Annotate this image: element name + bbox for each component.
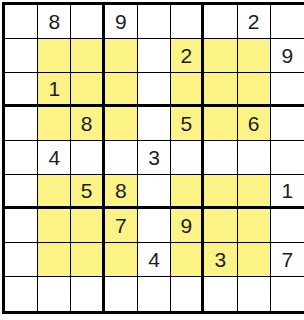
page: 8922918564358179437 — [0, 0, 304, 320]
cell-r8c3[interactable] — [71, 243, 104, 277]
cell-r8c6[interactable] — [171, 243, 204, 277]
cell-value: 9 — [115, 11, 127, 32]
cell-r5c9[interactable] — [271, 141, 304, 175]
cell-r3c2[interactable]: 1 — [38, 73, 71, 107]
cell-value: 3 — [148, 147, 160, 168]
cell-r3c1[interactable] — [5, 73, 38, 107]
cell-r3c8[interactable] — [238, 73, 271, 107]
cell-r2c8[interactable] — [238, 39, 271, 73]
cell-value: 2 — [248, 11, 260, 32]
cell-value: 4 — [148, 249, 160, 270]
cell-value: 2 — [180, 45, 192, 66]
cell-value: 1 — [282, 180, 294, 201]
cell-r5c4[interactable] — [105, 141, 138, 175]
cell-r1c2[interactable]: 8 — [38, 5, 71, 39]
cell-r6c5[interactable] — [138, 175, 171, 209]
cell-r5c6[interactable] — [171, 141, 204, 175]
cell-r1c5[interactable] — [138, 5, 171, 39]
cell-value: 9 — [180, 215, 192, 236]
cell-value: 3 — [215, 249, 227, 270]
cell-value: 4 — [48, 147, 60, 168]
cell-r9c5[interactable] — [138, 277, 171, 311]
cell-r6c3[interactable]: 5 — [71, 175, 104, 209]
cell-r7c8[interactable] — [238, 209, 271, 243]
cell-r8c2[interactable] — [38, 243, 71, 277]
cell-r3c6[interactable] — [171, 73, 204, 107]
cell-r8c5[interactable]: 4 — [138, 243, 171, 277]
cell-value: 8 — [81, 113, 93, 134]
cell-r6c4[interactable]: 8 — [105, 175, 138, 209]
cell-r9c1[interactable] — [5, 277, 38, 311]
cell-r7c9[interactable] — [271, 209, 304, 243]
cell-r4c5[interactable] — [138, 107, 171, 141]
cell-r1c3[interactable] — [71, 5, 104, 39]
cell-r7c2[interactable] — [38, 209, 71, 243]
cell-value: 1 — [48, 78, 60, 99]
cell-r6c1[interactable] — [5, 175, 38, 209]
cell-r1c1[interactable] — [5, 5, 38, 39]
cell-r2c3[interactable] — [71, 39, 104, 73]
cell-r7c4[interactable]: 7 — [105, 209, 138, 243]
cell-r5c8[interactable] — [238, 141, 271, 175]
sudoku-board: 8922918564358179437 — [2, 2, 304, 314]
cell-r4c6[interactable]: 5 — [171, 107, 204, 141]
cell-r5c2[interactable]: 4 — [38, 141, 71, 175]
cell-r6c7[interactable] — [204, 175, 237, 209]
cell-r2c7[interactable] — [204, 39, 237, 73]
cell-r9c4[interactable] — [105, 277, 138, 311]
cell-r4c1[interactable] — [5, 107, 38, 141]
cell-r9c2[interactable] — [38, 277, 71, 311]
cell-value: 5 — [81, 180, 93, 201]
cell-r9c3[interactable] — [71, 277, 104, 311]
cell-r8c1[interactable] — [5, 243, 38, 277]
cell-value: 5 — [180, 113, 192, 134]
cell-r2c9[interactable]: 9 — [271, 39, 304, 73]
cell-r9c9[interactable] — [271, 277, 304, 311]
cell-r5c7[interactable] — [204, 141, 237, 175]
cell-r9c8[interactable] — [238, 277, 271, 311]
cell-r6c6[interactable] — [171, 175, 204, 209]
cell-r8c9[interactable]: 7 — [271, 243, 304, 277]
cell-r7c6[interactable]: 9 — [171, 209, 204, 243]
cell-r6c9[interactable]: 1 — [271, 175, 304, 209]
cell-r3c5[interactable] — [138, 73, 171, 107]
cell-r3c4[interactable] — [105, 73, 138, 107]
cell-r3c7[interactable] — [204, 73, 237, 107]
cell-value: 7 — [115, 215, 127, 236]
cell-r9c6[interactable] — [171, 277, 204, 311]
cell-r1c9[interactable] — [271, 5, 304, 39]
cell-r7c5[interactable] — [138, 209, 171, 243]
cell-r1c6[interactable] — [171, 5, 204, 39]
cell-r4c3[interactable]: 8 — [71, 107, 104, 141]
cell-r1c4[interactable]: 9 — [105, 5, 138, 39]
cell-r2c2[interactable] — [38, 39, 71, 73]
cell-r3c3[interactable] — [71, 73, 104, 107]
cell-r2c1[interactable] — [5, 39, 38, 73]
cell-r4c7[interactable] — [204, 107, 237, 141]
cell-r6c2[interactable] — [38, 175, 71, 209]
cell-r4c8[interactable]: 6 — [238, 107, 271, 141]
cell-r7c7[interactable] — [204, 209, 237, 243]
cell-r1c8[interactable]: 2 — [238, 5, 271, 39]
cell-value: 7 — [282, 249, 294, 270]
cell-r5c5[interactable]: 3 — [138, 141, 171, 175]
cell-r4c2[interactable] — [38, 107, 71, 141]
cell-r7c3[interactable] — [71, 209, 104, 243]
cell-r6c8[interactable] — [238, 175, 271, 209]
cell-r8c7[interactable]: 3 — [204, 243, 237, 277]
cell-r4c4[interactable] — [105, 107, 138, 141]
cell-value: 6 — [248, 113, 260, 134]
cell-value: 9 — [282, 45, 294, 66]
cell-r2c4[interactable] — [105, 39, 138, 73]
cell-r2c5[interactable] — [138, 39, 171, 73]
cell-r8c8[interactable] — [238, 243, 271, 277]
cell-r2c6[interactable]: 2 — [171, 39, 204, 73]
cell-value: 8 — [115, 180, 127, 201]
cell-r3c9[interactable] — [271, 73, 304, 107]
cell-r8c4[interactable] — [105, 243, 138, 277]
cell-r1c7[interactable] — [204, 5, 237, 39]
cell-value: 8 — [48, 11, 60, 32]
cell-r4c9[interactable] — [271, 107, 304, 141]
cell-r5c3[interactable] — [71, 141, 104, 175]
cell-r5c1[interactable] — [5, 141, 38, 175]
cell-r7c1[interactable] — [5, 209, 38, 243]
cell-r9c7[interactable] — [204, 277, 237, 311]
